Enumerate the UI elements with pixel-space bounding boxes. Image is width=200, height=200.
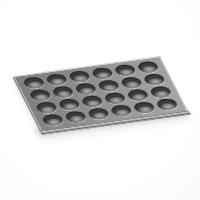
muffin-cup-r4-c4: [109, 104, 134, 117]
photo-background: [0, 0, 200, 200]
pan-cell-r4-c6: [153, 97, 182, 113]
muffin-cup-r4-c1: [41, 114, 66, 127]
muffin-cup-r4-c6: [155, 98, 180, 111]
muffin-cup-r4-c5: [132, 101, 157, 114]
muffin-cup-r4-c2: [63, 110, 88, 123]
muffin-cup-r4-c3: [86, 107, 111, 120]
